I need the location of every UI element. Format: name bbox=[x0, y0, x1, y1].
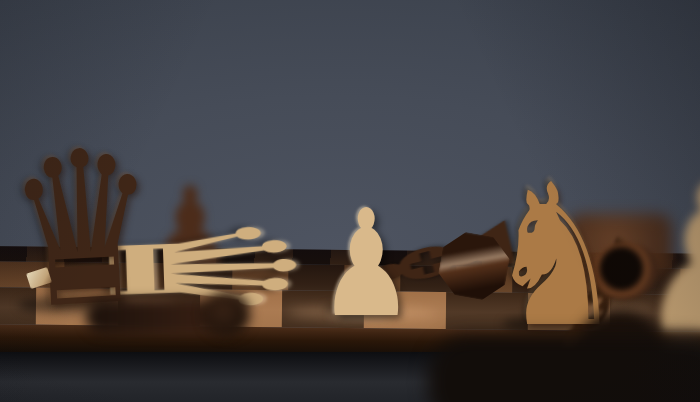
foreground-fallen-piece-knob bbox=[204, 292, 250, 336]
foreground-dark-mass bbox=[428, 336, 700, 402]
piece-white-pawn-standing: ♟ bbox=[319, 190, 415, 338]
chess-photo-scene: ♟ ♛ ♝ ♝ ♟ ♟ ♛ ♟ ♞ bbox=[0, 0, 700, 402]
